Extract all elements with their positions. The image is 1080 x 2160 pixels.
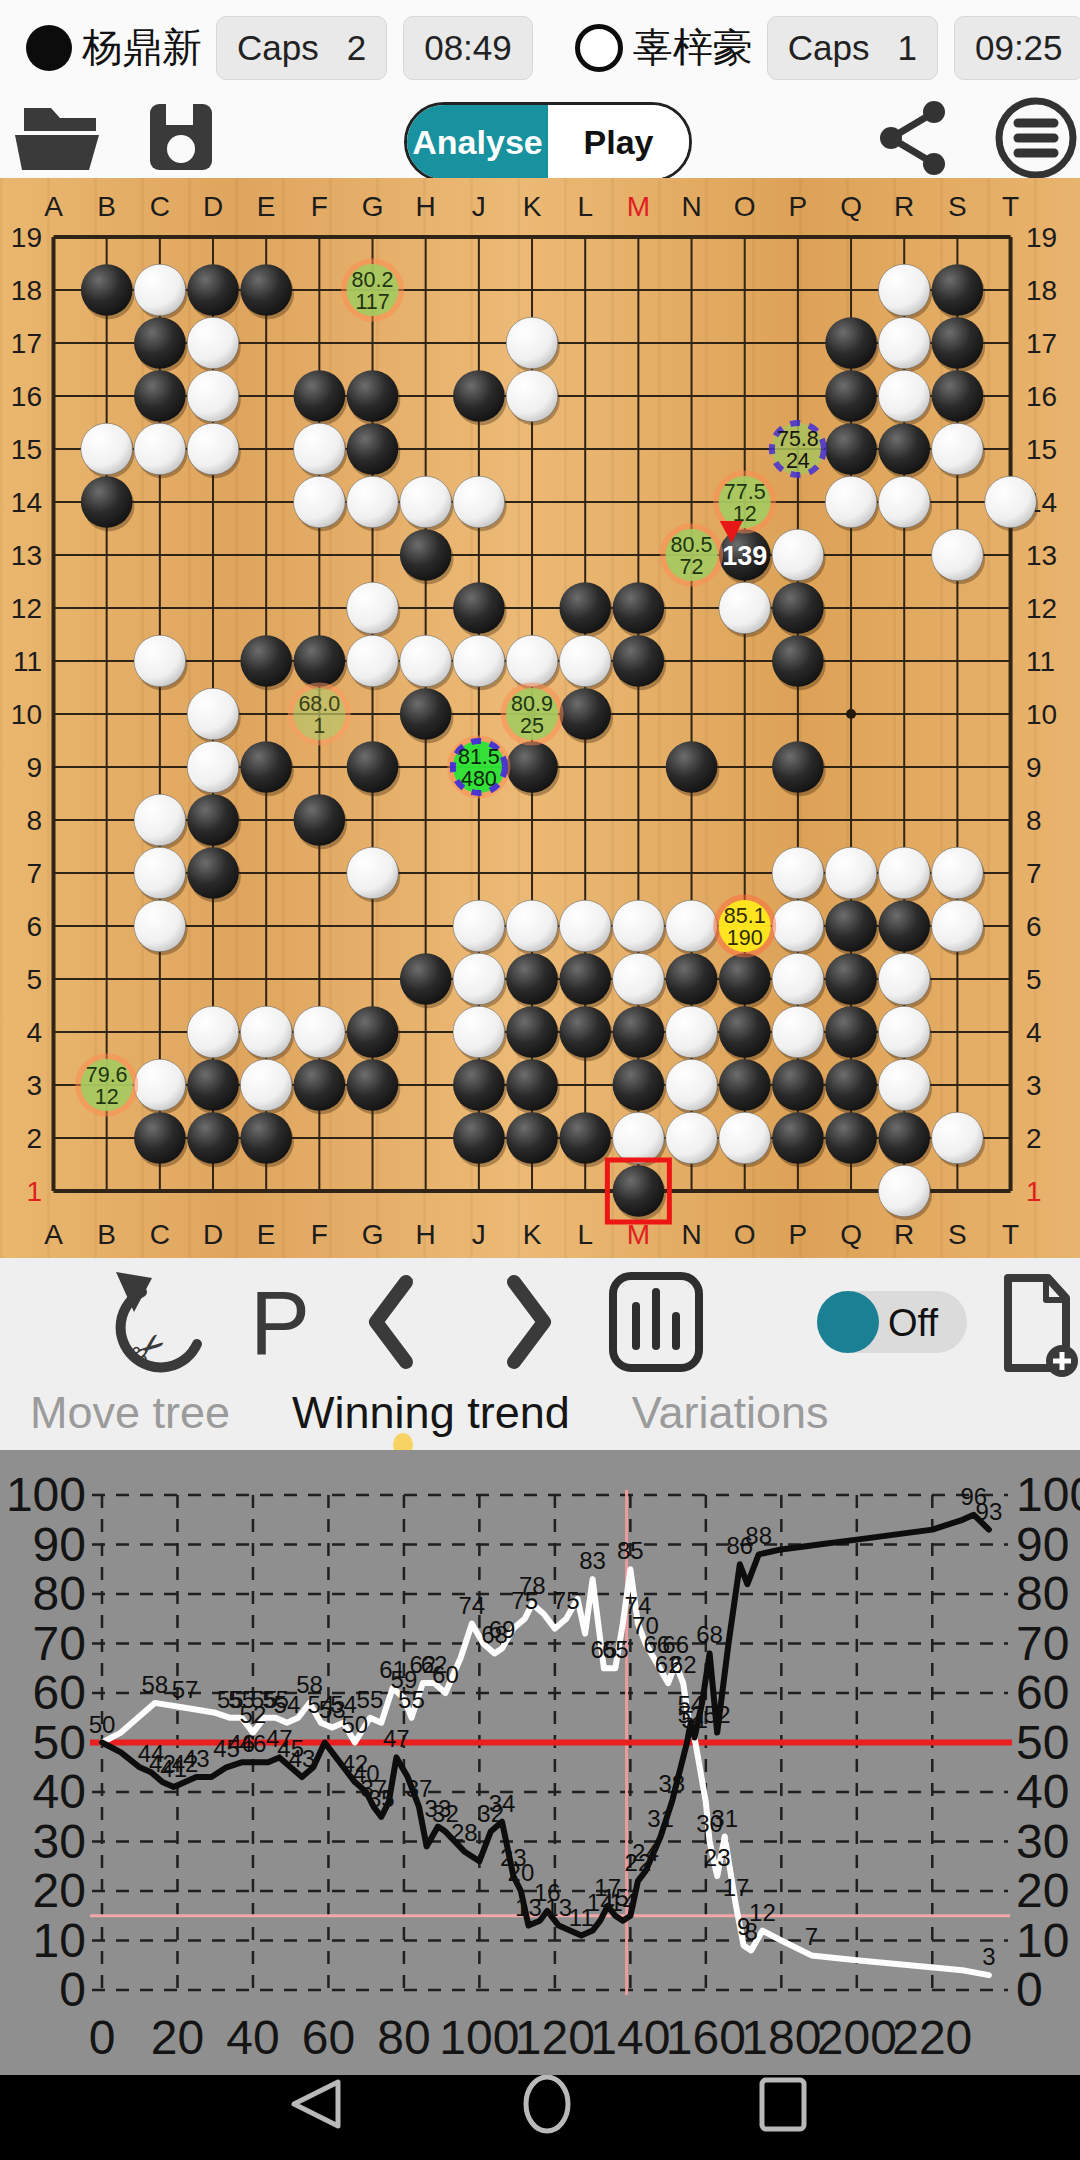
white-stone [187, 317, 239, 369]
analysis-mark[interactable]: 85.1190 [716, 898, 773, 955]
black-stone [559, 582, 611, 634]
svg-text:B: B [97, 1219, 116, 1250]
svg-text:83: 83 [579, 1547, 606, 1574]
svg-text:F: F [311, 1219, 328, 1250]
svg-text:L: L [577, 1219, 593, 1250]
svg-text:20: 20 [151, 2011, 204, 2064]
white-stone [878, 264, 930, 316]
svg-text:H: H [416, 191, 436, 222]
svg-text:80: 80 [377, 2011, 430, 2064]
svg-text:20: 20 [508, 1859, 535, 1886]
svg-text:6: 6 [1026, 911, 1042, 942]
black-stone [506, 1112, 558, 1164]
svg-text:50: 50 [89, 1711, 116, 1738]
svg-text:14: 14 [11, 487, 42, 518]
black-stone [719, 1006, 771, 1058]
winning-trend-chart: 5058575555525555545854535450556159556262… [0, 1450, 1080, 2075]
tab-play[interactable]: Play [548, 105, 689, 179]
tab-analyse[interactable]: Analyse [407, 105, 548, 179]
svg-text:24: 24 [632, 1839, 659, 1866]
toggle-knob[interactable] [817, 1291, 879, 1353]
black-stone [559, 688, 611, 740]
white-stone [347, 847, 399, 899]
svg-text:2: 2 [26, 1123, 42, 1154]
new-file-icon[interactable] [1008, 1278, 1078, 1377]
black-stone [666, 741, 718, 793]
svg-text:P: P [789, 191, 808, 222]
svg-text:C: C [150, 191, 170, 222]
black-stone [240, 741, 292, 793]
black-stone [613, 1006, 665, 1058]
white-stone [240, 1059, 292, 1111]
svg-text:F: F [311, 191, 328, 222]
svg-text:R: R [894, 191, 914, 222]
white-stone [187, 688, 239, 740]
svg-text:12: 12 [749, 1899, 776, 1926]
svg-text:100: 100 [6, 1468, 86, 1521]
svg-text:200: 200 [817, 2011, 897, 2064]
black-stone [613, 1059, 665, 1111]
svg-text:9: 9 [26, 752, 42, 783]
white-stone [453, 1006, 505, 1058]
svg-text:43: 43 [183, 1745, 210, 1772]
svg-text:17: 17 [723, 1874, 750, 1901]
svg-text:80: 80 [33, 1567, 86, 1620]
svg-text:30: 30 [33, 1815, 86, 1868]
svg-text:N: N [681, 191, 701, 222]
svg-text:A: A [44, 191, 63, 222]
black-stone [187, 1059, 239, 1111]
svg-text:57: 57 [172, 1676, 199, 1703]
svg-text:79.6: 79.6 [86, 1063, 128, 1087]
svg-text:31: 31 [647, 1805, 674, 1832]
white-captures-badge: Caps1 [767, 16, 938, 80]
svg-text:3: 3 [1026, 1070, 1042, 1101]
analysis-mark[interactable]: 75.824 [772, 423, 824, 475]
white-stone [240, 1006, 292, 1058]
svg-text:T: T [1002, 1219, 1019, 1250]
svg-text:M: M [627, 191, 650, 222]
svg-text:18: 18 [11, 275, 42, 306]
white-stone [294, 476, 346, 528]
svg-text:D: D [203, 1219, 223, 1250]
svg-text:34: 34 [489, 1790, 516, 1817]
black-stone [772, 635, 824, 687]
svg-text:L: L [577, 191, 593, 222]
black-stone [400, 688, 452, 740]
black-stone [825, 900, 877, 952]
white-stone [134, 635, 186, 687]
svg-text:30: 30 [1016, 1815, 1069, 1868]
svg-text:40: 40 [226, 2011, 279, 2064]
black-stone [825, 317, 877, 369]
svg-text:P: P [789, 1219, 808, 1250]
analysis-toggle[interactable]: Off [817, 1291, 967, 1353]
svg-text:K: K [523, 1219, 542, 1250]
white-stone [400, 635, 452, 687]
svg-text:3: 3 [26, 1070, 42, 1101]
menu-icon[interactable] [999, 101, 1073, 175]
share-icon[interactable] [880, 101, 945, 175]
next-move-button[interactable] [514, 1282, 544, 1362]
white-stone [134, 794, 186, 846]
white-stone [81, 423, 133, 475]
black-stone [347, 370, 399, 422]
black-stone [772, 582, 824, 634]
svg-text:20: 20 [33, 1864, 86, 1917]
tab-winning-trend[interactable]: Winning trend [292, 1385, 570, 1441]
svg-text:90: 90 [1016, 1518, 1069, 1571]
white-stone [772, 529, 824, 581]
svg-text:47: 47 [383, 1725, 410, 1752]
black-stone [613, 582, 665, 634]
svg-text:50: 50 [1016, 1716, 1069, 1769]
white-stone [613, 900, 665, 952]
svg-text:18: 18 [1026, 275, 1057, 306]
white-stone [506, 635, 558, 687]
black-stone [347, 741, 399, 793]
svg-text:120: 120 [515, 2011, 595, 2064]
svg-text:12: 12 [95, 1085, 119, 1109]
white-stone [453, 900, 505, 952]
white-stone [506, 317, 558, 369]
svg-text:B: B [97, 191, 116, 222]
svg-text:0: 0 [1016, 1963, 1043, 2016]
black-stone [187, 1112, 239, 1164]
white-stone [613, 953, 665, 1005]
black-stone [453, 370, 505, 422]
white-stone [932, 847, 984, 899]
white-stone [878, 953, 930, 1005]
black-stone [559, 953, 611, 1005]
svg-text:88: 88 [745, 1522, 772, 1549]
white-stone [772, 1006, 824, 1058]
svg-text:65: 65 [602, 1636, 629, 1663]
svg-text:60: 60 [1016, 1666, 1069, 1719]
black-stone [878, 900, 930, 952]
svg-text:N: N [681, 1219, 701, 1250]
bottom-tabs: Move tree Winning trend Variations [0, 1385, 1080, 1450]
svg-text:20: 20 [1016, 1864, 1069, 1917]
white-stone [719, 582, 771, 634]
svg-text:85: 85 [617, 1537, 644, 1564]
caps-count: 1 [898, 28, 917, 68]
svg-text:C: C [150, 1219, 170, 1250]
svg-text:40: 40 [1016, 1765, 1069, 1818]
black-stone [506, 741, 558, 793]
svg-text:G: G [362, 1219, 384, 1250]
chart-button[interactable] [613, 1276, 699, 1368]
white-stone [825, 847, 877, 899]
black-stone [453, 1059, 505, 1111]
svg-text:S: S [948, 191, 967, 222]
svg-text:9: 9 [1026, 752, 1042, 783]
black-stone [825, 423, 877, 475]
black-stone [559, 1112, 611, 1164]
svg-text:J: J [472, 191, 486, 222]
svg-text:15: 15 [1026, 434, 1057, 465]
go-board[interactable]: AA1919BB1818CC1717DD1616EE1515FF1414GG13… [0, 178, 1080, 1258]
app-screen: 杨鼎新 Caps2 08:49 辜梓豪 Caps1 09:25 [0, 0, 1080, 2160]
black-stone [134, 1112, 186, 1164]
white-stone [878, 476, 930, 528]
tab-variations[interactable]: Variations [632, 1385, 829, 1441]
svg-text:50: 50 [342, 1711, 369, 1738]
svg-text:2: 2 [1026, 1123, 1042, 1154]
svg-text:50: 50 [33, 1716, 86, 1769]
black-stone [825, 953, 877, 1005]
svg-text:12: 12 [11, 593, 42, 624]
svg-text:58: 58 [141, 1671, 168, 1698]
white-stone [134, 264, 186, 316]
white-stone [347, 476, 399, 528]
undo-cut-icon[interactable]: ✂ [116, 1272, 197, 1376]
black-stone [134, 370, 186, 422]
white-stone [666, 900, 718, 952]
svg-text:10: 10 [33, 1914, 86, 1967]
black-stone [81, 264, 133, 316]
svg-text:8: 8 [1026, 805, 1042, 836]
svg-text:55: 55 [357, 1686, 384, 1713]
svg-text:80: 80 [1016, 1567, 1069, 1620]
move-number-label: 139 [722, 541, 767, 571]
svg-text:480: 480 [461, 767, 497, 791]
svg-text:D: D [203, 191, 223, 222]
svg-text:5: 5 [1026, 964, 1042, 995]
svg-text:1: 1 [313, 714, 325, 738]
black-captures-badge: Caps2 [216, 16, 387, 80]
black-stone [613, 1165, 665, 1217]
white-stone [347, 582, 399, 634]
black-stone [347, 1059, 399, 1111]
svg-text:80.5: 80.5 [671, 533, 713, 557]
analysis-mark[interactable]: 80.2117 [344, 262, 401, 319]
black-stone [453, 582, 505, 634]
black-stone [666, 953, 718, 1005]
white-stone [772, 953, 824, 1005]
black-stone [559, 1006, 611, 1058]
mode-toggle: Analyse Play [404, 102, 692, 182]
white-stone [187, 370, 239, 422]
svg-text:13: 13 [11, 540, 42, 571]
svg-text:14: 14 [609, 1889, 636, 1916]
svg-text:11: 11 [13, 646, 42, 677]
black-clock: 08:49 [403, 16, 533, 80]
svg-text:74: 74 [459, 1592, 486, 1619]
white-stone [985, 476, 1037, 528]
svg-text:J: J [472, 1219, 486, 1250]
white-stone [878, 1006, 930, 1058]
nav-recents-button[interactable] [762, 2080, 804, 2129]
svg-text:38: 38 [659, 1770, 686, 1797]
svg-text:17: 17 [11, 328, 42, 359]
white-stone [134, 847, 186, 899]
analysis-mark[interactable]: 68.01 [291, 686, 348, 743]
white-stone [134, 423, 186, 475]
white-stone [878, 370, 930, 422]
pass-button[interactable]: P [250, 1273, 310, 1373]
svg-text:140: 140 [590, 2011, 670, 2064]
svg-text:4: 4 [26, 1017, 42, 1048]
white-stone [825, 476, 877, 528]
svg-text:75: 75 [553, 1587, 580, 1614]
black-stone-icon [26, 25, 72, 71]
svg-text:16: 16 [11, 381, 42, 412]
black-stone [772, 1112, 824, 1164]
svg-text:100: 100 [1016, 1468, 1080, 1521]
white-stone [559, 900, 611, 952]
svg-text:7: 7 [805, 1923, 818, 1950]
svg-text:78: 78 [519, 1572, 546, 1599]
svg-text:13: 13 [1026, 540, 1057, 571]
svg-text:G: G [362, 191, 384, 222]
caps-label: Caps [788, 28, 870, 68]
white-stone [294, 423, 346, 475]
white-stone [453, 953, 505, 1005]
svg-text:60: 60 [432, 1661, 459, 1688]
black-stone [878, 1112, 930, 1164]
svg-text:5: 5 [26, 964, 42, 995]
white-stone [559, 635, 611, 687]
black-stone [187, 264, 239, 316]
svg-text:68: 68 [696, 1621, 723, 1648]
white-stone [134, 1059, 186, 1111]
prev-move-button[interactable] [376, 1282, 406, 1362]
caps-count: 2 [347, 28, 366, 68]
analysis-mark[interactable]: 80.572 [663, 527, 720, 584]
nav-home-button[interactable] [526, 2077, 568, 2131]
white-stone [453, 476, 505, 528]
svg-text:54: 54 [677, 1691, 704, 1718]
svg-text:60: 60 [302, 2011, 355, 2064]
white-stone [878, 317, 930, 369]
svg-text:160: 160 [666, 2011, 746, 2064]
black-stone [932, 370, 984, 422]
svg-text:68.0: 68.0 [298, 692, 340, 716]
black-stone [294, 635, 346, 687]
black-stone [240, 635, 292, 687]
black-stone [294, 1059, 346, 1111]
black-stone [506, 1059, 558, 1111]
black-stone [240, 1112, 292, 1164]
svg-text:60: 60 [33, 1666, 86, 1719]
svg-text:S: S [948, 1219, 967, 1250]
svg-text:19: 19 [1026, 222, 1057, 253]
svg-text:15: 15 [11, 434, 42, 465]
svg-text:31: 31 [711, 1805, 738, 1832]
nav-back-button[interactable] [294, 2082, 338, 2126]
svg-text:85.1: 85.1 [724, 904, 766, 928]
white-stone [400, 476, 452, 528]
svg-text:1: 1 [26, 1176, 42, 1207]
save-icon[interactable] [150, 104, 212, 170]
white-stone [187, 1006, 239, 1058]
black-stone [294, 794, 346, 846]
black-stone [932, 264, 984, 316]
white-stone [772, 900, 824, 952]
black-stone [719, 1059, 771, 1111]
white-stone [506, 900, 558, 952]
svg-text:7: 7 [1026, 858, 1042, 889]
svg-text:220: 220 [892, 2011, 972, 2064]
white-stone [294, 1006, 346, 1058]
android-nav-bar [0, 2075, 1080, 2160]
tab-move-tree[interactable]: Move tree [30, 1385, 230, 1441]
svg-text:11: 11 [1026, 646, 1055, 677]
black-stone [187, 847, 239, 899]
svg-text:43: 43 [289, 1745, 316, 1772]
svg-text:T: T [1002, 191, 1019, 222]
svg-text:E: E [257, 191, 276, 222]
svg-text:69: 69 [489, 1616, 516, 1643]
black-stone [400, 529, 452, 581]
white-stone-icon [575, 24, 623, 72]
black-stone [294, 370, 346, 422]
black-stone [772, 1059, 824, 1111]
black-stone [878, 423, 930, 475]
svg-text:180: 180 [741, 2011, 821, 2064]
svg-text:190: 190 [727, 926, 763, 950]
white-stone [666, 1059, 718, 1111]
svg-text:72: 72 [680, 555, 704, 579]
svg-text:80.9: 80.9 [511, 692, 553, 716]
clock-value: 08:49 [424, 28, 512, 68]
white-stone [666, 1112, 718, 1164]
svg-text:3: 3 [982, 1943, 995, 1970]
svg-text:10: 10 [1016, 1914, 1069, 1967]
svg-text:139: 139 [722, 541, 767, 571]
svg-text:10: 10 [11, 699, 42, 730]
clock-value: 09:25 [975, 28, 1063, 68]
svg-text:46: 46 [240, 1730, 267, 1757]
white-clock: 09:25 [954, 16, 1080, 80]
black-stone [453, 1112, 505, 1164]
svg-text:81.5: 81.5 [458, 745, 500, 769]
white-stone [666, 1006, 718, 1058]
white-stone [506, 370, 558, 422]
white-stone [347, 635, 399, 687]
analysis-mark[interactable]: 80.925 [504, 686, 561, 743]
black-stone [347, 423, 399, 475]
svg-text:70: 70 [1016, 1617, 1069, 1670]
black-stone [613, 635, 665, 687]
analysis-mark[interactable]: 79.612 [78, 1057, 135, 1114]
svg-text:6: 6 [26, 911, 42, 942]
white-stone [878, 1059, 930, 1111]
svg-text:52: 52 [704, 1701, 731, 1728]
black-stone [81, 476, 133, 528]
black-stone [134, 317, 186, 369]
svg-text:4: 4 [1026, 1017, 1042, 1048]
svg-text:40: 40 [33, 1765, 86, 1818]
svg-text:A: A [44, 1219, 63, 1250]
svg-text:10: 10 [1026, 699, 1057, 730]
black-stone [506, 953, 558, 1005]
svg-text:R: R [894, 1219, 914, 1250]
black-stone [825, 1059, 877, 1111]
white-stone [878, 1165, 930, 1217]
svg-text:28: 28 [451, 1819, 478, 1846]
black-stone [506, 1006, 558, 1058]
caps-label: Caps [237, 28, 319, 68]
svg-text:25: 25 [520, 714, 544, 738]
svg-text:H: H [416, 1219, 436, 1250]
white-stone [932, 423, 984, 475]
black-stone [187, 794, 239, 846]
open-file-icon[interactable] [15, 108, 99, 170]
white-stone [613, 1112, 665, 1164]
analysis-mark[interactable]: 81.5480 [450, 739, 507, 796]
